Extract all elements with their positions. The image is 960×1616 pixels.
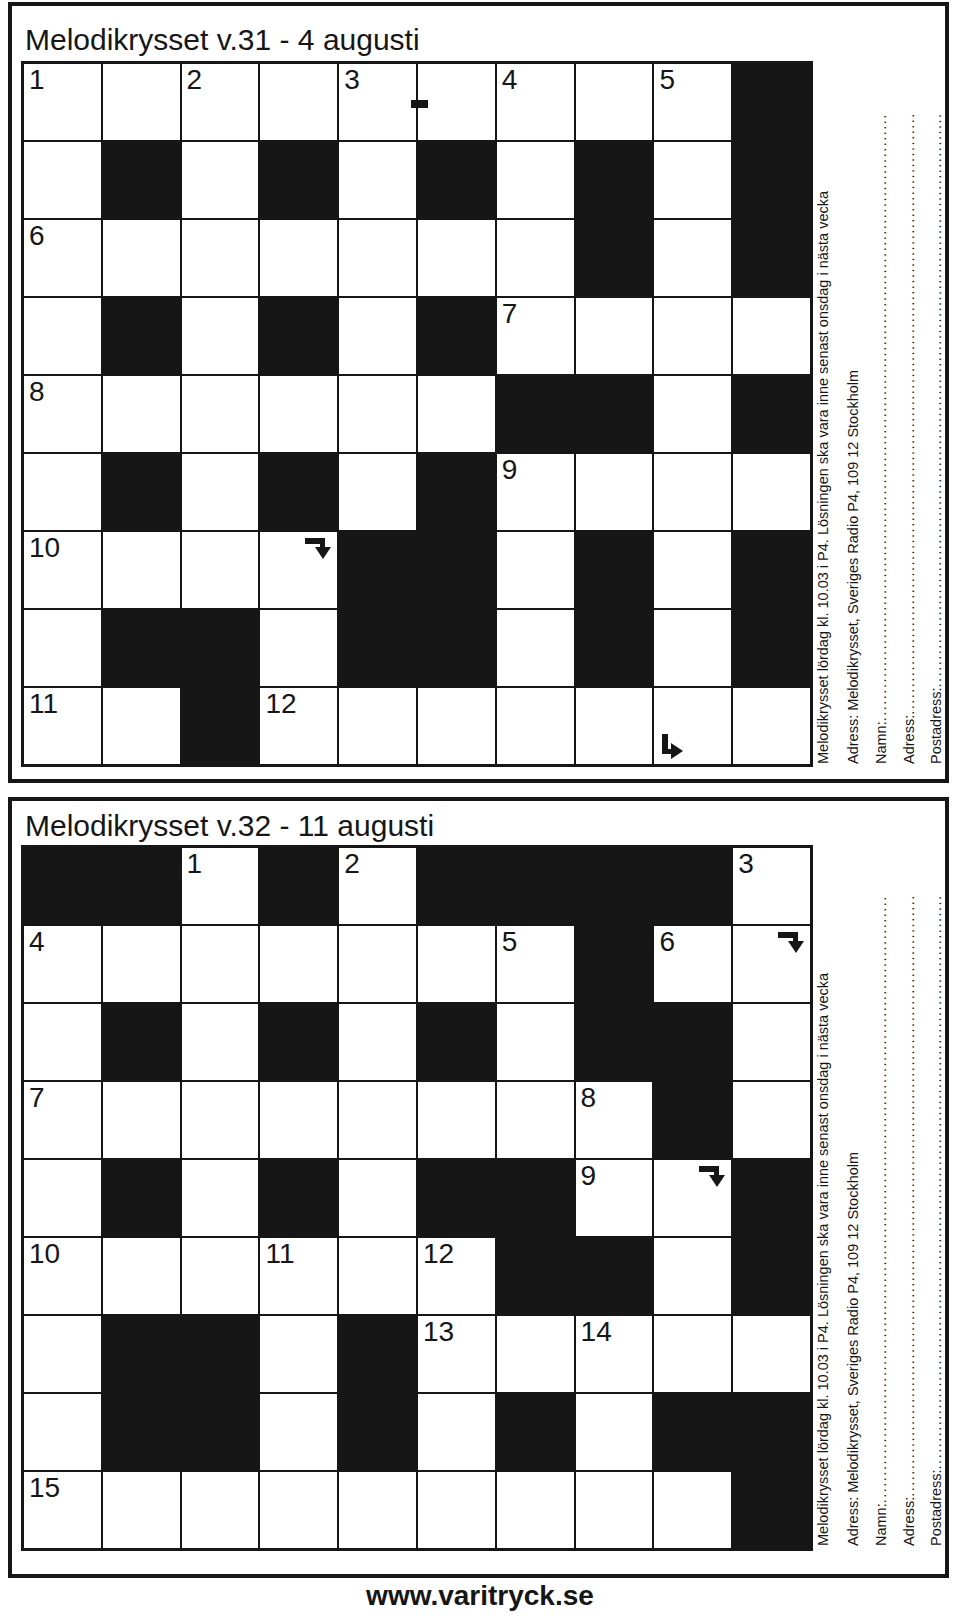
block-cell-r3c8	[575, 219, 654, 297]
answer-cell-r4c1[interactable]: 7	[23, 1081, 102, 1159]
block-cell-r8c9	[653, 1393, 732, 1471]
answer-cell-r8c4[interactable]	[259, 1393, 338, 1471]
block-cell-r2c10	[732, 141, 811, 219]
answer-cell-r9c4[interactable]: 12	[259, 687, 338, 765]
field-label: Namn:	[873, 721, 889, 764]
clue-number: 7	[29, 1083, 45, 1112]
puzzle-title-week32: Melodikrysset v.32 - 11 augusti	[25, 810, 434, 842]
answer-cell-r6c5[interactable]	[338, 453, 417, 531]
answer-cell-r4c3[interactable]	[181, 297, 260, 375]
answer-cell-r4c5[interactable]	[338, 1081, 417, 1159]
clue-number: 14	[581, 1317, 612, 1346]
answer-cell-r3c10[interactable]	[732, 1003, 811, 1081]
answer-cell-r6c2[interactable]	[102, 1237, 181, 1315]
answer-cell-r6c1[interactable]: 10	[23, 1237, 102, 1315]
block-cell-r1c7	[496, 847, 575, 925]
turn-down-arrow-icon	[304, 536, 332, 560]
answer-cell-r2c7[interactable]: 5	[496, 925, 575, 1003]
block-cell-r6c6	[417, 453, 496, 531]
block-cell-r4c4	[259, 297, 338, 375]
side-note-text: Melodikrysset lördag kl. 10.03 i P4. Lös…	[815, 191, 831, 764]
answer-cell-r7c2[interactable]	[102, 531, 181, 609]
block-cell-r8c7	[496, 1393, 575, 1471]
puzzle-title-week31: Melodikrysset v.31 - 4 augusti	[25, 24, 420, 56]
answer-cell-r7c7[interactable]	[496, 531, 575, 609]
answer-cell-r5c6[interactable]	[417, 375, 496, 453]
answer-cell-r9c8[interactable]	[575, 687, 654, 765]
answer-cell-r5c2[interactable]	[102, 375, 181, 453]
answer-cell-r2c1[interactable]: 4	[23, 925, 102, 1003]
clue-number: 12	[423, 1239, 454, 1268]
clue-number: 4	[502, 65, 518, 94]
clue-number: 8	[581, 1083, 597, 1112]
block-cell-r1c1	[23, 847, 102, 925]
answer-cell-r6c3[interactable]	[181, 1237, 260, 1315]
answer-cell-r5c1[interactable]	[23, 1159, 102, 1237]
answer-cell-r1c5[interactable]: 3	[338, 63, 417, 141]
answer-cell-r5c4[interactable]	[259, 375, 338, 453]
block-cell-r3c8	[575, 1003, 654, 1081]
answer-cell-r8c6[interactable]	[417, 1393, 496, 1471]
answer-cell-r8c1[interactable]	[23, 1393, 102, 1471]
clue-number: 13	[423, 1317, 454, 1346]
answer-cell-r2c5[interactable]	[338, 141, 417, 219]
clue-number: 6	[29, 221, 45, 250]
answer-cell-r6c7[interactable]: 9	[496, 453, 575, 531]
block-cell-r7c2	[102, 1315, 181, 1393]
block-cell-r2c4	[259, 141, 338, 219]
answer-cell-r2c4[interactable]	[259, 925, 338, 1003]
answer-cell-r4c10[interactable]	[732, 297, 811, 375]
answer-cell-r4c9[interactable]	[653, 297, 732, 375]
answer-cell-r8c9[interactable]	[653, 609, 732, 687]
block-cell-r8c6	[417, 609, 496, 687]
answer-cell-r9c7[interactable]	[496, 1471, 575, 1549]
clue-number: 9	[581, 1161, 597, 1190]
block-cell-r8c5	[338, 609, 417, 687]
block-cell-r4c2	[102, 297, 181, 375]
answer-cell-r7c4[interactable]	[259, 531, 338, 609]
turn-right-arrow-icon	[660, 733, 684, 761]
answer-cell-r3c5[interactable]	[338, 1003, 417, 1081]
answer-cell-r4c1[interactable]	[23, 297, 102, 375]
side-note-text: Adress: Melodikrysset, Sveriges Radio P4…	[845, 370, 861, 764]
block-cell-r4c6	[417, 297, 496, 375]
answer-cell-r2c9[interactable]: 6	[653, 925, 732, 1003]
block-cell-r5c6	[417, 1159, 496, 1237]
answer-cell-r2c10[interactable]	[732, 925, 811, 1003]
field-adress[interactable]: Adress:.................................…	[896, 112, 923, 764]
side-note-address: Adress: Melodikrysset, Sveriges Radio P4…	[840, 112, 867, 764]
block-cell-r6c4	[259, 453, 338, 531]
answer-cell-r6c5[interactable]	[338, 1237, 417, 1315]
side-note-text: Melodikrysset lördag kl. 10.03 i P4. Lös…	[815, 973, 831, 1546]
dotted-write-line: ........................................…	[901, 112, 917, 715]
clue-number: 2	[344, 849, 360, 878]
field-label: Adress:	[901, 715, 917, 764]
block-cell-r6c10	[732, 1237, 811, 1315]
answer-cell-r2c3[interactable]	[181, 925, 260, 1003]
side-note-address: Adress: Melodikrysset, Sveriges Radio P4…	[840, 894, 867, 1546]
answer-cell-r9c2[interactable]	[102, 687, 181, 765]
answer-cell-r3c6[interactable]	[417, 219, 496, 297]
answer-cell-r9c3[interactable]	[181, 1471, 260, 1549]
clue-number: 11	[29, 689, 58, 718]
block-cell-r1c4	[259, 847, 338, 925]
answer-cell-r7c3[interactable]	[181, 531, 260, 609]
clue-number: 1	[187, 849, 203, 878]
answer-cell-r6c4[interactable]: 11	[259, 1237, 338, 1315]
answer-cell-r3c4[interactable]	[259, 219, 338, 297]
clue-number: 7	[502, 299, 518, 328]
answer-cell-r5c9[interactable]	[653, 1159, 732, 1237]
answer-cell-r9c6[interactable]	[417, 687, 496, 765]
block-cell-r7c5	[338, 531, 417, 609]
block-cell-r8c2	[102, 609, 181, 687]
puzzle-panel-week31: Melodikrysset v.31 - 4 augusti 123456789…	[8, 2, 949, 783]
answer-cell-r1c5[interactable]: 2	[338, 847, 417, 925]
crossword-grid-week31: 123456789101112	[21, 61, 813, 767]
clue-number: 10	[29, 533, 60, 562]
clue-number: 15	[29, 1473, 60, 1502]
answer-cell-r7c10[interactable]	[732, 1315, 811, 1393]
answer-cell-r7c8[interactable]: 14	[575, 1315, 654, 1393]
answer-cell-r1c10[interactable]: 3	[732, 847, 811, 925]
side-note-broadcast: Melodikrysset lördag kl. 10.03 i P4. Lös…	[810, 112, 837, 764]
answer-cell-r7c1[interactable]	[23, 1315, 102, 1393]
block-cell-r8c3	[181, 1393, 260, 1471]
answer-cell-r2c5[interactable]	[338, 925, 417, 1003]
block-cell-r8c3	[181, 609, 260, 687]
field-label: Postadress:	[928, 1469, 944, 1546]
puzzle-panel-week32: Melodikrysset v.32 - 11 augusti 12345678…	[8, 797, 949, 1578]
turn-down-arrow-icon	[777, 930, 805, 954]
answer-cell-r5c1[interactable]: 8	[23, 375, 102, 453]
clue-number: 12	[265, 689, 296, 718]
answer-cell-r8c8[interactable]	[575, 1393, 654, 1471]
block-cell-r9c10	[732, 1471, 811, 1549]
block-cell-r2c6	[417, 141, 496, 219]
answer-cell-r5c3[interactable]	[181, 1159, 260, 1237]
answer-cell-r3c1[interactable]: 6	[23, 219, 102, 297]
block-cell-r1c2	[102, 847, 181, 925]
answer-cell-r1c2[interactable]	[102, 63, 181, 141]
block-cell-r1c10	[732, 63, 811, 141]
answer-cell-r9c4[interactable]	[259, 1471, 338, 1549]
block-cell-r3c6	[417, 1003, 496, 1081]
answer-cell-r3c9[interactable]	[653, 219, 732, 297]
answer-cell-r1c6[interactable]	[417, 63, 496, 141]
answer-cell-r7c9[interactable]	[653, 1315, 732, 1393]
answer-cell-r9c2[interactable]	[102, 1471, 181, 1549]
answer-cell-r3c5[interactable]	[338, 219, 417, 297]
answer-cell-r4c10[interactable]	[732, 1081, 811, 1159]
block-cell-r8c8	[575, 609, 654, 687]
answer-cell-r9c9[interactable]	[653, 1471, 732, 1549]
block-cell-r5c7	[496, 375, 575, 453]
answer-cell-r9c1[interactable]: 15	[23, 1471, 102, 1549]
field-namn[interactable]: Namn:...................................…	[868, 112, 895, 764]
block-cell-r1c9	[653, 847, 732, 925]
answer-cell-r3c7[interactable]	[496, 1003, 575, 1081]
answer-cell-r6c1[interactable]	[23, 453, 102, 531]
block-cell-r5c8	[575, 375, 654, 453]
block-cell-r7c5	[338, 1315, 417, 1393]
answer-cell-r4c7[interactable]: 7	[496, 297, 575, 375]
hyphen-mark	[411, 100, 428, 108]
block-cell-r5c7	[496, 1159, 575, 1237]
answer-cell-r4c6[interactable]	[417, 1081, 496, 1159]
clue-number: 3	[344, 65, 360, 94]
answer-cell-r1c8[interactable]	[575, 63, 654, 141]
side-note-broadcast: Melodikrysset lördag kl. 10.03 i P4. Lös…	[810, 894, 837, 1546]
answer-cell-r6c9[interactable]	[653, 453, 732, 531]
answer-cell-r1c3[interactable]: 2	[181, 63, 260, 141]
answer-cell-r3c7[interactable]	[496, 219, 575, 297]
clue-number: 5	[659, 65, 675, 94]
field-adress[interactable]: Adress:.................................…	[896, 894, 923, 1546]
block-cell-r9c3	[181, 687, 260, 765]
block-cell-r3c10	[732, 219, 811, 297]
answer-cell-r8c7[interactable]	[496, 609, 575, 687]
clue-number: 5	[502, 927, 518, 956]
side-note-text: Adress: Melodikrysset, Sveriges Radio P4…	[845, 1152, 861, 1546]
answer-cell-r4c4[interactable]	[259, 1081, 338, 1159]
field-namn[interactable]: Namn:...................................…	[868, 894, 895, 1546]
clue-number: 9	[502, 455, 518, 484]
dotted-write-line: ........................................…	[928, 112, 944, 687]
answer-cell-r9c8[interactable]	[575, 1471, 654, 1549]
block-cell-r6c7	[496, 1237, 575, 1315]
answer-cell-r1c9[interactable]: 5	[653, 63, 732, 141]
answer-cell-r2c9[interactable]	[653, 141, 732, 219]
answer-cell-r5c5[interactable]	[338, 375, 417, 453]
answer-cell-r7c6[interactable]: 13	[417, 1315, 496, 1393]
answer-cell-r8c1[interactable]	[23, 609, 102, 687]
answer-cell-r3c3[interactable]	[181, 219, 260, 297]
answer-cell-r9c10[interactable]	[732, 687, 811, 765]
block-cell-r6c2	[102, 453, 181, 531]
block-cell-r7c8	[575, 531, 654, 609]
block-cell-r8c2	[102, 1393, 181, 1471]
answer-cell-r4c8[interactable]: 8	[575, 1081, 654, 1159]
block-cell-r2c8	[575, 141, 654, 219]
answer-cell-r3c2[interactable]	[102, 219, 181, 297]
answer-cell-r4c5[interactable]	[338, 297, 417, 375]
print-sheet: { "game": "crossword (Melodikrysset - Sw…	[0, 0, 960, 1616]
clue-number: 10	[29, 1239, 60, 1268]
printer-site-url: www.varitryck.se	[0, 1580, 960, 1612]
block-cell-r2c2	[102, 141, 181, 219]
field-label: Postadress:	[928, 687, 944, 764]
dotted-write-line: ........................................…	[901, 894, 917, 1497]
block-cell-r4c9	[653, 1081, 732, 1159]
block-cell-r5c4	[259, 1159, 338, 1237]
turn-down-arrow-icon	[698, 1164, 726, 1188]
answer-cell-r2c2[interactable]	[102, 925, 181, 1003]
field-label: Namn:	[873, 1503, 889, 1546]
dotted-write-line: ........................................…	[928, 894, 944, 1469]
answer-cell-r1c3[interactable]: 1	[181, 847, 260, 925]
block-cell-r5c10	[732, 375, 811, 453]
answer-cell-r1c7[interactable]: 4	[496, 63, 575, 141]
answer-cell-r5c5[interactable]	[338, 1159, 417, 1237]
answer-cell-r6c9[interactable]	[653, 1237, 732, 1315]
clue-number: 11	[265, 1239, 294, 1268]
clue-number: 1	[29, 65, 45, 94]
answer-cell-r6c3[interactable]	[181, 453, 260, 531]
answer-cell-r3c3[interactable]	[181, 1003, 260, 1081]
answer-cell-r9c1[interactable]: 11	[23, 687, 102, 765]
answer-cell-r4c8[interactable]	[575, 297, 654, 375]
answer-cell-r1c4[interactable]	[259, 63, 338, 141]
block-cell-r8c5	[338, 1393, 417, 1471]
answer-cell-r2c6[interactable]	[417, 925, 496, 1003]
block-cell-r7c10	[732, 531, 811, 609]
answer-cell-r7c4[interactable]	[259, 1315, 338, 1393]
clue-number: 3	[738, 849, 754, 878]
block-cell-r7c3	[181, 1315, 260, 1393]
answer-cell-r5c8[interactable]: 9	[575, 1159, 654, 1237]
clue-number: 4	[29, 927, 45, 956]
answer-cell-r1c1[interactable]: 1	[23, 63, 102, 141]
answer-cell-r7c9[interactable]	[653, 531, 732, 609]
block-cell-r2c8	[575, 925, 654, 1003]
answer-cell-r9c9[interactable]	[653, 687, 732, 765]
field-postadress[interactable]: Postadress:.............................…	[923, 894, 950, 1546]
block-cell-r7c6	[417, 531, 496, 609]
crossword-grid-week32: 123456789101112131415	[21, 845, 813, 1551]
answer-cell-r9c7[interactable]	[496, 687, 575, 765]
block-cell-r3c4	[259, 1003, 338, 1081]
block-cell-r5c2	[102, 1159, 181, 1237]
answer-cell-r5c9[interactable]	[653, 375, 732, 453]
answer-cell-r2c3[interactable]	[181, 141, 260, 219]
answer-cell-r6c8[interactable]	[575, 453, 654, 531]
answer-cell-r4c3[interactable]	[181, 1081, 260, 1159]
block-cell-r1c8	[575, 847, 654, 925]
block-cell-r8c10	[732, 1393, 811, 1471]
dotted-write-line: ........................................…	[873, 894, 889, 1503]
answer-cell-r6c10[interactable]	[732, 453, 811, 531]
answer-cell-r9c6[interactable]	[417, 1471, 496, 1549]
answer-cell-r2c1[interactable]	[23, 141, 102, 219]
answer-cell-r2c7[interactable]	[496, 141, 575, 219]
answer-cell-r9c5[interactable]	[338, 687, 417, 765]
answer-cell-r4c2[interactable]	[102, 1081, 181, 1159]
clue-number: 6	[659, 927, 675, 956]
answer-cell-r7c7[interactable]	[496, 1315, 575, 1393]
answer-cell-r4c7[interactable]	[496, 1081, 575, 1159]
clue-number: 2	[187, 65, 203, 94]
answer-cell-r3c1[interactable]	[23, 1003, 102, 1081]
block-cell-r5c10	[732, 1159, 811, 1237]
answer-cell-r7c1[interactable]: 10	[23, 531, 102, 609]
field-postadress[interactable]: Postadress:.............................…	[923, 112, 950, 764]
field-label: Adress:	[901, 1497, 917, 1546]
block-cell-r6c8	[575, 1237, 654, 1315]
dotted-write-line: ........................................…	[873, 112, 889, 721]
answer-cell-r8c4[interactable]	[259, 609, 338, 687]
answer-cell-r6c6[interactable]: 12	[417, 1237, 496, 1315]
block-cell-r3c2	[102, 1003, 181, 1081]
answer-cell-r9c5[interactable]	[338, 1471, 417, 1549]
block-cell-r1c6	[417, 847, 496, 925]
clue-number: 8	[29, 377, 45, 406]
block-cell-r8c10	[732, 609, 811, 687]
block-cell-r3c9	[653, 1003, 732, 1081]
answer-cell-r5c3[interactable]	[181, 375, 260, 453]
